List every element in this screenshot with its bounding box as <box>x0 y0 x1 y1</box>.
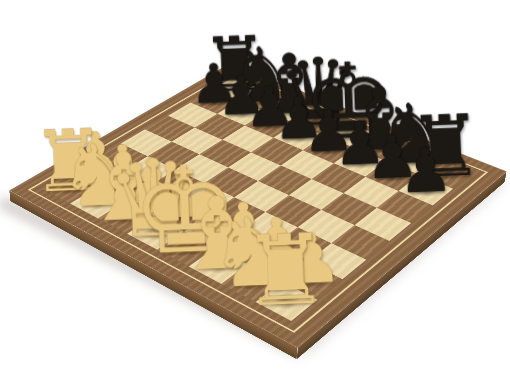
square-h1[interactable]: ♜ <box>256 282 318 321</box>
piece-black-pawn-h7[interactable]: ♟ <box>397 139 454 202</box>
product-photo-stage: ♜♞♝♛♚♝♞♜♟♟♟♟♟♟♟♟♟♟♟♟♟♟♟♟♜♞♝♛♚♝♞♜ <box>0 0 510 374</box>
board-grid: ♜♞♝♛♚♝♞♜♟♟♟♟♟♟♟♟♟♟♟♟♟♟♟♟♜♞♝♛♚♝♞♜ <box>43 77 473 321</box>
chess-board: ♜♞♝♛♚♝♞♜♟♟♟♟♟♟♟♟♟♟♟♟♟♟♟♟♜♞♝♛♚♝♞♜ <box>9 63 506 347</box>
square-h6[interactable] <box>377 191 433 223</box>
board-tilt-wrapper: ♜♞♝♛♚♝♞♜♟♟♟♟♟♟♟♟♟♟♟♟♟♟♟♟♜♞♝♛♚♝♞♜ <box>0 0 510 374</box>
camera-scene: ♜♞♝♛♚♝♞♜♟♟♟♟♟♟♟♟♟♟♟♟♟♟♟♟♜♞♝♛♚♝♞♜ <box>75 0 440 364</box>
